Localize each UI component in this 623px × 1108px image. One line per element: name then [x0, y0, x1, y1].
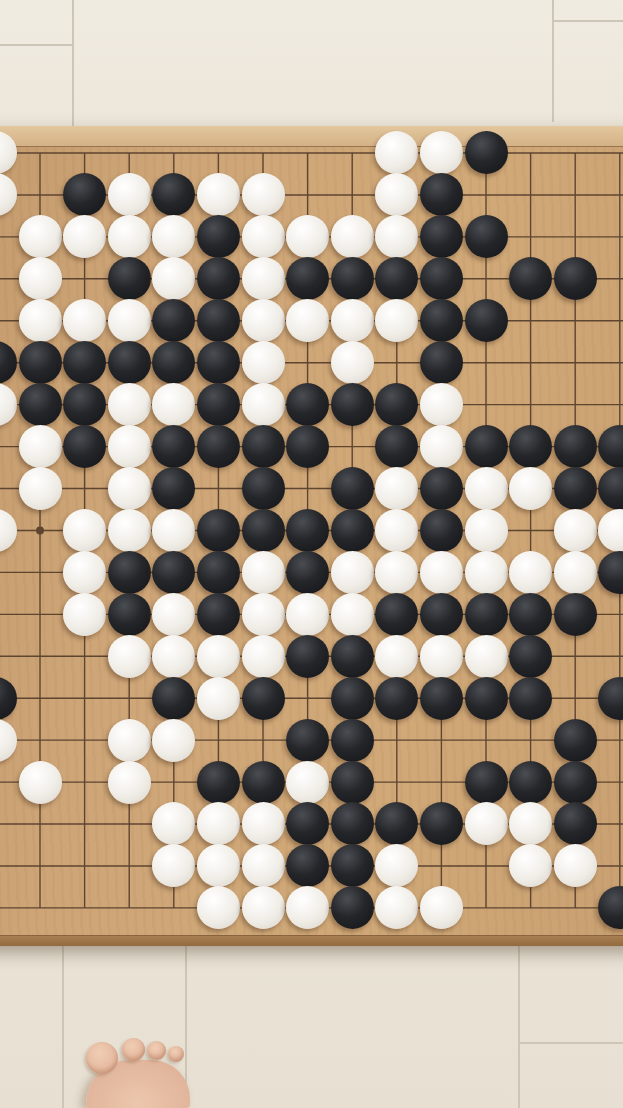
black-stone — [152, 341, 195, 384]
white-stone — [554, 509, 597, 552]
white-stone — [598, 509, 623, 552]
black-stone — [465, 593, 508, 636]
white-stone — [331, 215, 374, 258]
black-stone — [420, 173, 463, 216]
white-stone — [509, 802, 552, 845]
white-stone — [465, 509, 508, 552]
white-stone — [465, 635, 508, 678]
black-stone — [108, 551, 151, 594]
white-stone — [63, 509, 106, 552]
white-stone — [152, 215, 195, 258]
white-stone — [420, 886, 463, 929]
black-stone — [331, 802, 374, 845]
white-stone — [375, 551, 418, 594]
black-stone — [63, 341, 106, 384]
black-stone — [375, 677, 418, 720]
white-stone — [0, 719, 17, 762]
black-stone — [420, 677, 463, 720]
black-stone — [286, 551, 329, 594]
white-stone — [19, 299, 62, 342]
black-stone — [598, 425, 623, 468]
white-stone — [242, 844, 285, 887]
black-stone — [420, 215, 463, 258]
white-stone — [465, 467, 508, 510]
white-stone — [152, 844, 195, 887]
black-stone — [420, 467, 463, 510]
white-stone — [152, 383, 195, 426]
black-stone — [63, 173, 106, 216]
black-stone — [286, 802, 329, 845]
toe — [147, 1041, 166, 1060]
black-stone — [286, 425, 329, 468]
black-stone — [554, 425, 597, 468]
white-stone — [242, 299, 285, 342]
black-stone — [242, 677, 285, 720]
black-stone — [286, 719, 329, 762]
white-stone — [242, 593, 285, 636]
white-stone — [509, 551, 552, 594]
black-stone — [465, 215, 508, 258]
white-stone — [19, 425, 62, 468]
white-stone — [63, 299, 106, 342]
black-stone — [554, 467, 597, 510]
white-stone — [509, 467, 552, 510]
black-stone — [19, 341, 62, 384]
black-stone — [331, 886, 374, 929]
black-stone — [420, 802, 463, 845]
white-stone — [19, 215, 62, 258]
white-stone — [375, 844, 418, 887]
black-stone — [598, 886, 623, 929]
white-stone — [242, 257, 285, 300]
white-stone — [242, 383, 285, 426]
white-stone — [375, 215, 418, 258]
black-stone — [465, 425, 508, 468]
white-stone — [19, 467, 62, 510]
black-stone — [375, 383, 418, 426]
white-stone — [108, 173, 151, 216]
black-stone — [152, 299, 195, 342]
black-stone — [63, 425, 106, 468]
white-stone — [420, 551, 463, 594]
black-stone — [197, 341, 240, 384]
white-stone — [331, 551, 374, 594]
black-stone — [331, 383, 374, 426]
white-stone — [197, 677, 240, 720]
white-stone — [242, 886, 285, 929]
white-stone — [152, 257, 195, 300]
black-stone — [152, 425, 195, 468]
black-stone — [420, 509, 463, 552]
black-stone — [242, 425, 285, 468]
white-stone — [197, 635, 240, 678]
white-stone — [331, 593, 374, 636]
black-stone — [509, 593, 552, 636]
white-stone — [0, 173, 17, 216]
black-stone — [242, 761, 285, 804]
black-stone — [197, 257, 240, 300]
white-stone — [420, 383, 463, 426]
white-stone — [286, 593, 329, 636]
black-stone — [197, 761, 240, 804]
black-stone — [63, 383, 106, 426]
black-stone — [554, 593, 597, 636]
black-stone — [286, 844, 329, 887]
black-stone — [420, 257, 463, 300]
go-board — [0, 126, 623, 946]
white-stone — [242, 341, 285, 384]
floor-seam — [518, 1042, 623, 1044]
floor-seam — [62, 946, 64, 1108]
white-stone — [63, 215, 106, 258]
black-stone — [554, 257, 597, 300]
floor-seam — [0, 44, 74, 46]
black-stone — [598, 551, 623, 594]
white-stone — [554, 844, 597, 887]
toe — [168, 1046, 184, 1062]
black-stone — [509, 761, 552, 804]
black-stone — [331, 844, 374, 887]
black-stone — [598, 467, 623, 510]
black-stone — [509, 257, 552, 300]
white-stone — [375, 299, 418, 342]
white-stone — [108, 635, 151, 678]
white-stone — [242, 635, 285, 678]
floor-seam — [518, 946, 520, 1108]
white-stone — [108, 719, 151, 762]
black-stone — [108, 257, 151, 300]
black-stone — [152, 551, 195, 594]
black-stone — [152, 467, 195, 510]
black-stone — [375, 802, 418, 845]
go-photo-scene — [0, 0, 623, 1108]
black-stone — [242, 509, 285, 552]
white-stone — [420, 425, 463, 468]
black-stone — [554, 719, 597, 762]
toe — [86, 1042, 118, 1074]
white-stone — [108, 467, 151, 510]
white-stone — [197, 173, 240, 216]
black-stone — [465, 131, 508, 174]
white-stone — [331, 341, 374, 384]
white-stone — [286, 761, 329, 804]
black-stone — [331, 761, 374, 804]
black-stone — [465, 677, 508, 720]
white-stone — [375, 635, 418, 678]
white-stone — [152, 635, 195, 678]
black-stone — [152, 677, 195, 720]
toe — [122, 1038, 145, 1061]
black-stone — [331, 467, 374, 510]
black-stone — [554, 802, 597, 845]
black-stone — [331, 719, 374, 762]
white-stone — [420, 131, 463, 174]
black-stone — [375, 593, 418, 636]
black-stone — [0, 677, 17, 720]
black-stone — [331, 677, 374, 720]
black-stone — [197, 509, 240, 552]
black-stone — [420, 299, 463, 342]
black-stone — [554, 761, 597, 804]
black-stone — [286, 257, 329, 300]
black-stone — [420, 341, 463, 384]
black-stone — [509, 425, 552, 468]
black-stone — [108, 593, 151, 636]
white-stone — [242, 551, 285, 594]
black-stone — [0, 341, 17, 384]
black-stone — [197, 299, 240, 342]
white-stone — [108, 509, 151, 552]
black-stone — [509, 635, 552, 678]
black-stone — [375, 425, 418, 468]
white-stone — [63, 593, 106, 636]
floor-seam — [552, 20, 623, 22]
white-stone — [420, 635, 463, 678]
white-stone — [242, 173, 285, 216]
black-stone — [598, 677, 623, 720]
white-stone — [197, 844, 240, 887]
white-stone — [152, 509, 195, 552]
white-stone — [509, 844, 552, 887]
white-stone — [465, 802, 508, 845]
white-stone — [242, 802, 285, 845]
white-stone — [19, 257, 62, 300]
black-stone — [242, 467, 285, 510]
black-stone — [331, 635, 374, 678]
black-stone — [286, 509, 329, 552]
white-stone — [108, 215, 151, 258]
white-stone — [0, 509, 17, 552]
white-stone — [197, 886, 240, 929]
black-stone — [286, 383, 329, 426]
black-stone — [509, 677, 552, 720]
black-stone — [197, 425, 240, 468]
white-stone — [375, 173, 418, 216]
black-stone — [331, 509, 374, 552]
black-stone — [465, 761, 508, 804]
white-stone — [152, 719, 195, 762]
black-stone — [286, 635, 329, 678]
white-stone — [375, 886, 418, 929]
black-stone — [465, 299, 508, 342]
white-stone — [19, 761, 62, 804]
white-stone — [152, 802, 195, 845]
black-stone — [197, 593, 240, 636]
black-stone — [152, 173, 195, 216]
black-stone — [420, 593, 463, 636]
white-stone — [0, 131, 17, 174]
white-stone — [0, 383, 17, 426]
white-stone — [286, 299, 329, 342]
black-stone — [197, 551, 240, 594]
floor-seam — [72, 0, 74, 128]
white-stone — [286, 215, 329, 258]
black-stone — [375, 257, 418, 300]
white-stone — [108, 299, 151, 342]
black-stone — [197, 383, 240, 426]
floor-seam — [552, 0, 554, 122]
white-stone — [152, 593, 195, 636]
board-grid — [0, 132, 623, 929]
black-stone — [19, 383, 62, 426]
foot — [86, 1060, 190, 1108]
white-stone — [108, 383, 151, 426]
white-stone — [63, 551, 106, 594]
white-stone — [375, 131, 418, 174]
white-stone — [465, 551, 508, 594]
white-stone — [242, 215, 285, 258]
black-stone — [331, 257, 374, 300]
white-stone — [108, 425, 151, 468]
white-stone — [197, 802, 240, 845]
black-stone — [197, 215, 240, 258]
white-stone — [286, 886, 329, 929]
white-stone — [375, 467, 418, 510]
white-stone — [108, 761, 151, 804]
black-stone — [108, 341, 151, 384]
white-stone — [554, 551, 597, 594]
white-stone — [331, 299, 374, 342]
white-stone — [375, 509, 418, 552]
